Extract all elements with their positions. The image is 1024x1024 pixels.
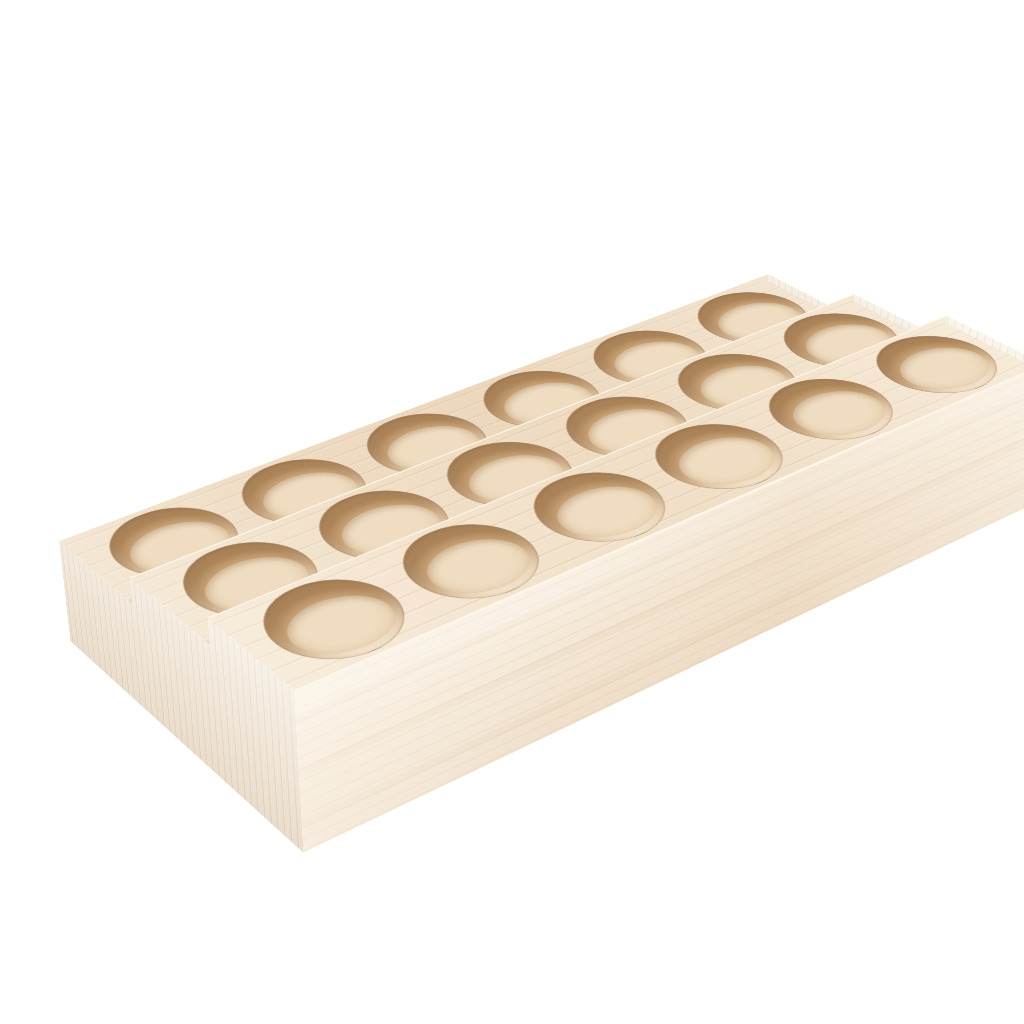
board-scene [0, 0, 1024, 1024]
product-photo-background [0, 0, 1024, 1024]
mancala-board [71, 363, 1024, 852]
